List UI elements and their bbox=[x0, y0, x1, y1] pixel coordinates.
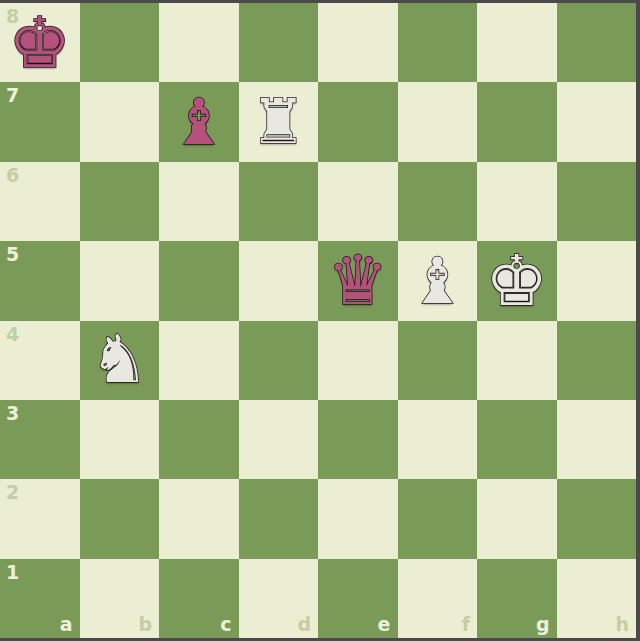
square-a6[interactable]: 6 bbox=[0, 162, 80, 241]
square-g6[interactable] bbox=[477, 162, 557, 241]
square-b3[interactable] bbox=[80, 400, 160, 479]
square-h7[interactable] bbox=[557, 82, 637, 161]
square-f3[interactable] bbox=[398, 400, 478, 479]
square-b2[interactable] bbox=[80, 479, 160, 558]
square-e2[interactable] bbox=[318, 479, 398, 558]
square-a8[interactable]: 8♚ bbox=[0, 3, 80, 82]
square-e7[interactable] bbox=[318, 82, 398, 161]
square-c6[interactable] bbox=[159, 162, 239, 241]
square-c8[interactable] bbox=[159, 3, 239, 82]
file-label-d: d bbox=[297, 615, 311, 634]
square-h6[interactable] bbox=[557, 162, 637, 241]
square-f5[interactable]: ♝ bbox=[398, 241, 478, 320]
square-b8[interactable] bbox=[80, 3, 160, 82]
piece-white-rook[interactable]: ♜ bbox=[239, 82, 319, 161]
file-label-g: g bbox=[536, 615, 550, 634]
file-label-f: f bbox=[462, 615, 470, 634]
square-g4[interactable] bbox=[477, 321, 557, 400]
rank-label-3: 3 bbox=[6, 404, 19, 423]
square-e4[interactable] bbox=[318, 321, 398, 400]
square-h2[interactable] bbox=[557, 479, 637, 558]
rank-label-6: 6 bbox=[6, 166, 19, 185]
square-f4[interactable] bbox=[398, 321, 478, 400]
rank-label-1: 1 bbox=[6, 563, 19, 582]
file-label-c: c bbox=[220, 615, 231, 634]
piece-black-king[interactable]: ♚ bbox=[0, 3, 80, 82]
square-c3[interactable] bbox=[159, 400, 239, 479]
chess-app-window: 8♚7♝♜65♛♝♚4♞321abcdefgh bbox=[0, 0, 640, 641]
square-a7[interactable]: 7 bbox=[0, 82, 80, 161]
square-c1[interactable]: c bbox=[159, 559, 239, 638]
square-e6[interactable] bbox=[318, 162, 398, 241]
file-label-a: a bbox=[60, 615, 73, 634]
square-c4[interactable] bbox=[159, 321, 239, 400]
square-d1[interactable]: d bbox=[239, 559, 319, 638]
square-d6[interactable] bbox=[239, 162, 319, 241]
file-label-h: h bbox=[615, 615, 629, 634]
piece-black-bishop[interactable]: ♝ bbox=[159, 82, 239, 161]
square-b1[interactable]: b bbox=[80, 559, 160, 638]
square-b5[interactable] bbox=[80, 241, 160, 320]
square-h4[interactable] bbox=[557, 321, 637, 400]
square-b7[interactable] bbox=[80, 82, 160, 161]
square-a5[interactable]: 5 bbox=[0, 241, 80, 320]
rank-label-2: 2 bbox=[6, 483, 19, 502]
square-e1[interactable]: e bbox=[318, 559, 398, 638]
chess-board: 8♚7♝♜65♛♝♚4♞321abcdefgh bbox=[0, 3, 636, 638]
square-f2[interactable] bbox=[398, 479, 478, 558]
square-a1[interactable]: 1a bbox=[0, 559, 80, 638]
file-label-b: b bbox=[138, 615, 152, 634]
piece-white-king[interactable]: ♚ bbox=[477, 241, 557, 320]
square-g2[interactable] bbox=[477, 479, 557, 558]
piece-white-knight[interactable]: ♞ bbox=[80, 321, 160, 400]
square-g5[interactable]: ♚ bbox=[477, 241, 557, 320]
file-label-e: e bbox=[378, 615, 391, 634]
square-g8[interactable] bbox=[477, 3, 557, 82]
square-h3[interactable] bbox=[557, 400, 637, 479]
square-h8[interactable] bbox=[557, 3, 637, 82]
square-f8[interactable] bbox=[398, 3, 478, 82]
square-f7[interactable] bbox=[398, 82, 478, 161]
square-f1[interactable]: f bbox=[398, 559, 478, 638]
rank-label-7: 7 bbox=[6, 86, 19, 105]
square-e5[interactable]: ♛ bbox=[318, 241, 398, 320]
square-h5[interactable] bbox=[557, 241, 637, 320]
square-f6[interactable] bbox=[398, 162, 478, 241]
square-c5[interactable] bbox=[159, 241, 239, 320]
piece-white-bishop[interactable]: ♝ bbox=[398, 241, 478, 320]
square-c2[interactable] bbox=[159, 479, 239, 558]
square-h1[interactable]: h bbox=[557, 559, 637, 638]
square-b6[interactable] bbox=[80, 162, 160, 241]
square-e3[interactable] bbox=[318, 400, 398, 479]
square-e8[interactable] bbox=[318, 3, 398, 82]
square-a3[interactable]: 3 bbox=[0, 400, 80, 479]
square-b4[interactable]: ♞ bbox=[80, 321, 160, 400]
square-a2[interactable]: 2 bbox=[0, 479, 80, 558]
square-d8[interactable] bbox=[239, 3, 319, 82]
square-g7[interactable] bbox=[477, 82, 557, 161]
square-c7[interactable]: ♝ bbox=[159, 82, 239, 161]
square-a4[interactable]: 4 bbox=[0, 321, 80, 400]
square-g3[interactable] bbox=[477, 400, 557, 479]
square-g1[interactable]: g bbox=[477, 559, 557, 638]
square-d3[interactable] bbox=[239, 400, 319, 479]
piece-black-queen[interactable]: ♛ bbox=[318, 241, 398, 320]
square-d4[interactable] bbox=[239, 321, 319, 400]
rank-label-5: 5 bbox=[6, 245, 19, 264]
square-d7[interactable]: ♜ bbox=[239, 82, 319, 161]
square-d5[interactable] bbox=[239, 241, 319, 320]
square-d2[interactable] bbox=[239, 479, 319, 558]
rank-label-4: 4 bbox=[6, 325, 19, 344]
